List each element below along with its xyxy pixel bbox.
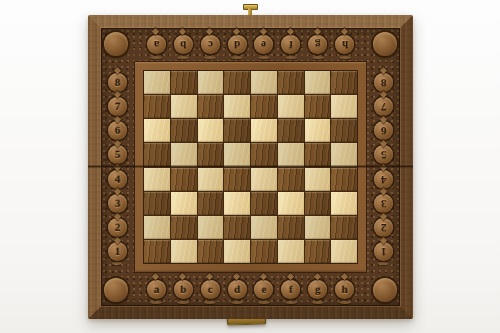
square-g3: [305, 192, 331, 215]
square-h2: [331, 216, 357, 239]
coordinate-label: f: [289, 39, 293, 50]
medallion-circle: g: [308, 280, 327, 299]
medallion-circle: b: [174, 280, 193, 299]
coordinate-label: a: [154, 39, 160, 50]
square-a7: [144, 95, 170, 118]
coordinate-label: 2: [115, 222, 121, 233]
square-d7: [224, 95, 250, 118]
coordinate-label: g: [315, 284, 321, 295]
coordinate-label: d: [234, 39, 240, 50]
coordinate-label: 3: [115, 198, 121, 209]
square-c2: [198, 216, 224, 239]
coordinate-medallion-right-7: 7: [367, 94, 400, 118]
coordinate-medallion-top-b: b: [170, 28, 197, 61]
medallion-circle: f: [281, 35, 300, 54]
coordinate-label: 1: [115, 246, 121, 257]
photo-background: abcdefgh abcdefgh 87654321 87654321: [0, 0, 500, 333]
medallion-circle: f: [281, 280, 300, 299]
coordinate-label: 7: [115, 101, 121, 112]
coordinate-medallion-bottom-h: h: [331, 273, 358, 306]
square-d3: [224, 192, 250, 215]
square-f1: [278, 240, 304, 263]
medallion-circle: 7: [374, 97, 393, 116]
square-c7: [198, 95, 224, 118]
square-e7: [251, 95, 277, 118]
square-g7: [305, 95, 331, 118]
square-h7: [331, 95, 357, 118]
coordinate-label: h: [342, 284, 348, 295]
coordinate-label: g: [315, 39, 321, 50]
medallion-circle: 2: [108, 218, 127, 237]
medallion-circle: c: [201, 280, 220, 299]
square-b2: [171, 216, 197, 239]
square-d6: [224, 119, 250, 142]
coordinate-medallion-bottom-a: a: [143, 273, 170, 306]
square-c4: [198, 168, 224, 191]
coordinate-label: 4: [381, 174, 387, 185]
coordinate-label: d: [234, 284, 240, 295]
coordinate-label: e: [261, 284, 266, 295]
coordinate-medallion-bottom-f: f: [277, 273, 304, 306]
medallion-circle: h: [335, 35, 354, 54]
square-f6: [278, 119, 304, 142]
square-b5: [171, 143, 197, 166]
coordinate-label: h: [342, 39, 348, 50]
square-g4: [305, 168, 331, 191]
medallion-circle: g: [308, 35, 327, 54]
file-labels-bottom: abcdefgh: [143, 273, 358, 306]
coordinate-label: a: [154, 284, 160, 295]
medallion-circle: 6: [108, 121, 127, 140]
medallion-circle: b: [174, 35, 193, 54]
medallion-circle: e: [254, 280, 273, 299]
medallion-circle: d: [228, 280, 247, 299]
medallion-circle: a: [147, 280, 166, 299]
coordinate-label: 3: [381, 198, 387, 209]
square-f5: [278, 143, 304, 166]
square-d4: [224, 168, 250, 191]
square-h4: [331, 168, 357, 191]
coordinate-label: 4: [115, 174, 121, 185]
square-b6: [171, 119, 197, 142]
coordinate-label: 8: [115, 77, 121, 88]
medallion-circle: 4: [108, 170, 127, 189]
coordinate-label: 1: [381, 246, 387, 257]
square-b7: [171, 95, 197, 118]
medallion-circle: 3: [108, 194, 127, 213]
coordinate-medallion-bottom-d: d: [224, 273, 251, 306]
medallion-circle: 5: [108, 145, 127, 164]
square-e3: [251, 192, 277, 215]
coordinate-label: 5: [115, 149, 121, 160]
coordinate-label: 7: [381, 101, 387, 112]
brass-clasp-pin: [243, 4, 258, 10]
square-f8: [278, 71, 304, 94]
square-f4: [278, 168, 304, 191]
coordinate-medallion-right-3: 3: [367, 191, 400, 215]
square-b1: [171, 240, 197, 263]
medallion-circle: 4: [374, 170, 393, 189]
coordinate-label: 5: [381, 149, 387, 160]
coordinate-medallion-top-e: e: [251, 28, 278, 61]
medallion-circle: 1: [374, 242, 393, 261]
file-labels-top: abcdefgh: [143, 28, 358, 61]
square-a5: [144, 143, 170, 166]
square-d2: [224, 216, 250, 239]
square-c5: [198, 143, 224, 166]
medallion-circle: 2: [374, 218, 393, 237]
square-f3: [278, 192, 304, 215]
square-a3: [144, 192, 170, 215]
square-c8: [198, 71, 224, 94]
medallion-circle: 6: [374, 121, 393, 140]
coordinate-medallion-top-d: d: [224, 28, 251, 61]
coordinate-label: c: [208, 284, 213, 295]
medallion-circle: h: [335, 280, 354, 299]
chess-box: abcdefgh abcdefgh 87654321 87654321: [88, 15, 413, 319]
square-d5: [224, 143, 250, 166]
square-a6: [144, 119, 170, 142]
coordinate-medallion-bottom-b: b: [170, 273, 197, 306]
medallion-circle: 1: [108, 242, 127, 261]
corner-medallion: [104, 32, 128, 56]
corner-medallion: [373, 278, 397, 302]
square-e5: [251, 143, 277, 166]
coordinate-medallion-left-1: 1: [101, 240, 134, 264]
square-h6: [331, 119, 357, 142]
coordinate-label: e: [261, 39, 266, 50]
square-g8: [305, 71, 331, 94]
coordinate-medallion-top-h: h: [331, 28, 358, 61]
medallion-circle: d: [228, 35, 247, 54]
square-b8: [171, 71, 197, 94]
coordinate-label: 8: [381, 77, 387, 88]
coordinate-label: b: [180, 39, 186, 50]
coordinate-medallion-top-g: g: [304, 28, 331, 61]
square-a2: [144, 216, 170, 239]
medallion-circle: a: [147, 35, 166, 54]
medallion-circle: 3: [374, 194, 393, 213]
coordinate-medallion-top-a: a: [143, 28, 170, 61]
coordinate-medallion-right-1: 1: [367, 240, 400, 264]
medallion-circle: 8: [108, 73, 127, 92]
medallion-circle: e: [254, 35, 273, 54]
coordinate-label: f: [289, 284, 293, 295]
medallion-circle: c: [201, 35, 220, 54]
square-h3: [331, 192, 357, 215]
square-g5: [305, 143, 331, 166]
square-a8: [144, 71, 170, 94]
square-f7: [278, 95, 304, 118]
coordinate-medallion-top-c: c: [197, 28, 224, 61]
coordinate-label: 6: [115, 125, 121, 136]
corner-medallion: [373, 32, 397, 56]
square-f2: [278, 216, 304, 239]
square-g6: [305, 119, 331, 142]
medallion-circle: 7: [108, 97, 127, 116]
coordinate-medallion-left-7: 7: [101, 94, 134, 118]
coordinate-medallion-bottom-g: g: [304, 273, 331, 306]
square-d1: [224, 240, 250, 263]
square-b3: [171, 192, 197, 215]
square-e4: [251, 168, 277, 191]
square-b4: [171, 168, 197, 191]
medallion-circle: 8: [374, 73, 393, 92]
medallion-circle: 5: [374, 145, 393, 164]
square-e6: [251, 119, 277, 142]
square-e2: [251, 216, 277, 239]
square-a1: [144, 240, 170, 263]
coordinate-medallion-bottom-e: e: [251, 273, 278, 306]
square-h5: [331, 143, 357, 166]
corner-medallion: [104, 278, 128, 302]
square-e1: [251, 240, 277, 263]
square-a4: [144, 168, 170, 191]
coordinate-label: 6: [381, 125, 387, 136]
square-e8: [251, 71, 277, 94]
square-h8: [331, 71, 357, 94]
fold-seam: [88, 165, 413, 168]
coordinate-medallion-top-f: f: [277, 28, 304, 61]
square-c3: [198, 192, 224, 215]
square-h1: [331, 240, 357, 263]
coordinate-medallion-bottom-c: c: [197, 273, 224, 306]
coordinate-label: b: [180, 284, 186, 295]
square-c1: [198, 240, 224, 263]
coordinate-label: 2: [381, 222, 387, 233]
coordinate-label: c: [208, 39, 213, 50]
coordinate-medallion-left-3: 3: [101, 191, 134, 215]
square-c6: [198, 119, 224, 142]
square-g1: [305, 240, 331, 263]
square-g2: [305, 216, 331, 239]
square-d8: [224, 71, 250, 94]
